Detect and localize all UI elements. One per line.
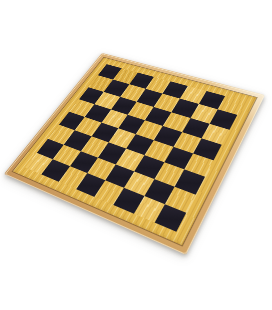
board-frame	[4, 53, 265, 255]
board-grid	[25, 64, 244, 232]
chessboard	[4, 53, 265, 255]
board-shadow	[0, 0, 272, 310]
photo-background	[0, 0, 272, 310]
board-surface	[13, 58, 257, 246]
